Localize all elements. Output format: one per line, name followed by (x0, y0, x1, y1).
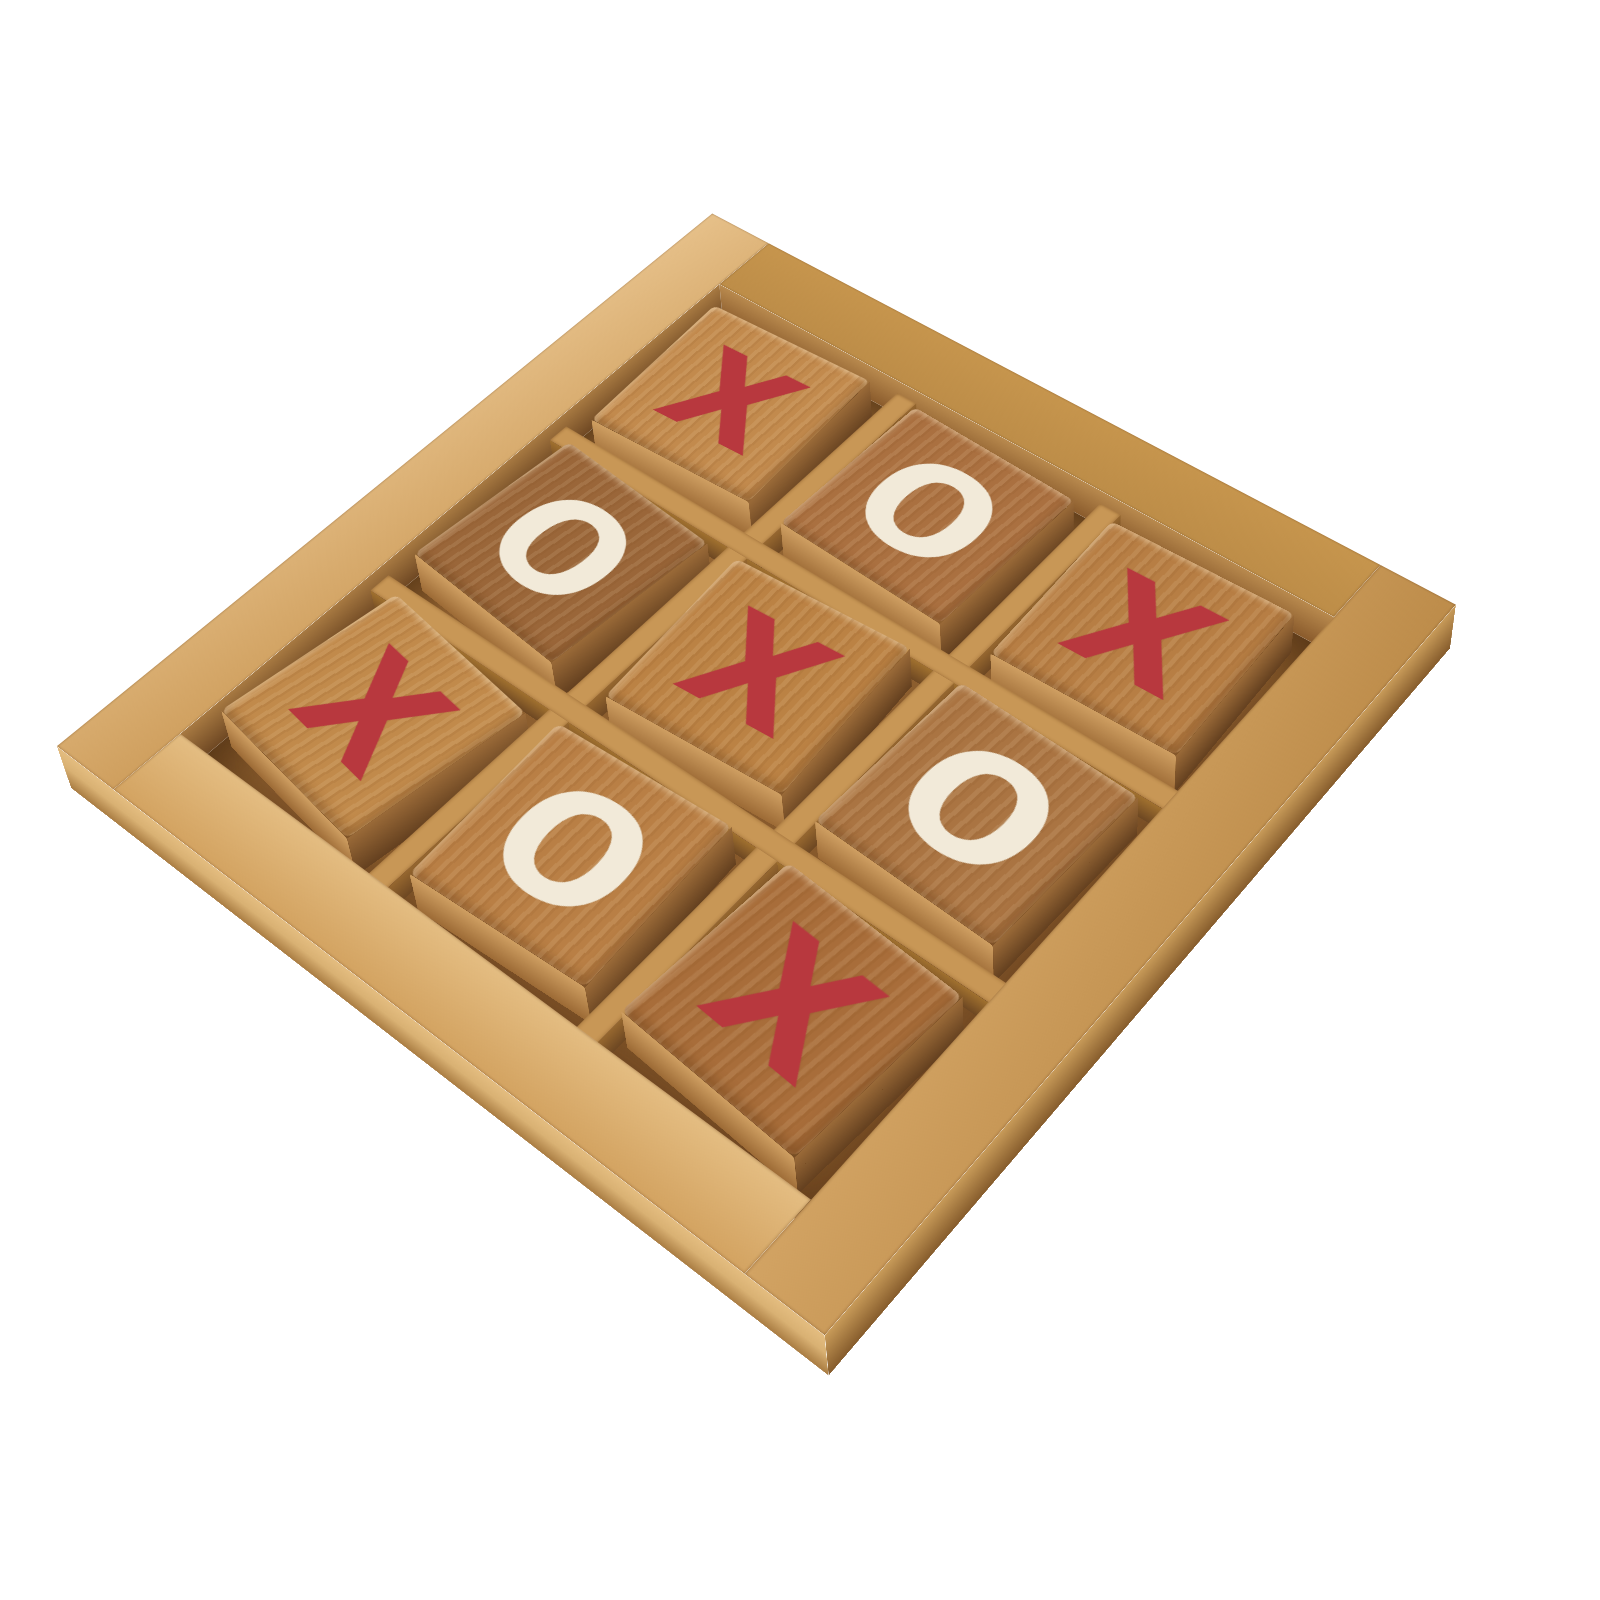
photo-canvas: X O (0, 0, 1600, 1600)
scene: X O (0, 0, 1600, 1600)
mark-glyph: X (654, 591, 861, 758)
mark-glyph: X (673, 904, 909, 1109)
scene-tilt: X O (0, 0, 1600, 1600)
mark-glyph: X (1040, 553, 1245, 718)
mark-glyph: X (636, 332, 826, 471)
tictactoe-board: X O (71, 256, 1450, 1376)
